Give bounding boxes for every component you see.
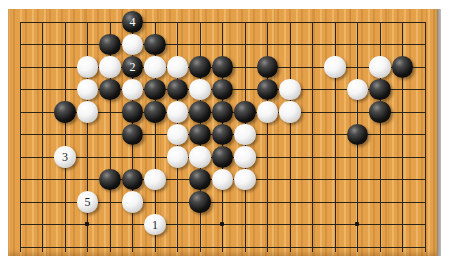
board-cell[interactable]	[54, 123, 77, 146]
white-stone	[122, 79, 144, 101]
board-cell[interactable]	[211, 191, 234, 214]
board-cell[interactable]	[346, 236, 369, 256]
black-stone	[54, 101, 76, 123]
board-cell[interactable]	[301, 123, 324, 146]
board-cell[interactable]	[279, 101, 302, 124]
board-cell[interactable]	[324, 123, 347, 146]
board-cell[interactable]	[301, 146, 324, 169]
board-cell[interactable]	[31, 78, 54, 101]
board-cell[interactable]	[301, 236, 324, 256]
board-cell[interactable]	[76, 146, 99, 169]
board-cell[interactable]	[166, 191, 189, 214]
board-cell[interactable]	[54, 236, 77, 256]
board-cell[interactable]	[76, 56, 99, 79]
board-cell[interactable]	[166, 213, 189, 236]
board-cell[interactable]	[99, 213, 122, 236]
board-cell[interactable]: 1	[144, 213, 167, 236]
board-cell[interactable]	[166, 236, 189, 256]
board-cell[interactable]	[189, 123, 212, 146]
board-cell[interactable]	[301, 213, 324, 236]
white-stone	[77, 101, 99, 123]
board-cell[interactable]	[369, 101, 392, 124]
black-stone	[144, 79, 166, 101]
board-cell[interactable]	[9, 56, 32, 79]
board-cell[interactable]	[166, 123, 189, 146]
board-cell[interactable]	[369, 123, 392, 146]
board-cell[interactable]: 4	[121, 11, 144, 34]
black-stone: 2	[122, 56, 144, 78]
black-stone	[347, 124, 369, 146]
board-cell[interactable]	[9, 146, 32, 169]
white-stone	[77, 56, 99, 78]
board-cell[interactable]	[121, 101, 144, 124]
board-cell[interactable]	[121, 213, 144, 236]
board-cell[interactable]	[234, 191, 257, 214]
black-stone	[99, 79, 121, 101]
white-stone	[167, 56, 189, 78]
board-cell[interactable]	[279, 146, 302, 169]
board-cell[interactable]	[54, 101, 77, 124]
board-cell[interactable]	[256, 191, 279, 214]
board-cell[interactable]	[391, 213, 414, 236]
board-cell[interactable]	[391, 123, 414, 146]
board-cell[interactable]	[54, 56, 77, 79]
board-cell[interactable]	[31, 213, 54, 236]
board-cell[interactable]	[369, 11, 392, 34]
white-stone: 3	[54, 146, 76, 168]
board-cell[interactable]	[279, 11, 302, 34]
board-cell[interactable]	[234, 213, 257, 236]
board-cell[interactable]	[144, 168, 167, 191]
board-cell[interactable]	[391, 78, 414, 101]
board-cell[interactable]	[76, 11, 99, 34]
board-cell[interactable]	[346, 11, 369, 34]
board-cell[interactable]	[211, 168, 234, 191]
board-cell[interactable]	[369, 78, 392, 101]
board-cell[interactable]	[414, 11, 437, 34]
black-stone	[167, 79, 189, 101]
board-cell[interactable]	[279, 78, 302, 101]
white-stone	[144, 169, 166, 191]
board-cell[interactable]	[9, 236, 32, 256]
board-cell[interactable]	[234, 101, 257, 124]
board-cell[interactable]	[99, 11, 122, 34]
black-stone	[189, 169, 211, 191]
board-cell[interactable]	[31, 33, 54, 56]
board-cell[interactable]	[391, 191, 414, 214]
white-stone	[234, 169, 256, 191]
board-cell[interactable]	[346, 168, 369, 191]
board-cell[interactable]	[189, 33, 212, 56]
board-cell[interactable]	[256, 123, 279, 146]
board-cell[interactable]	[234, 123, 257, 146]
board-cell[interactable]: 3	[54, 146, 77, 169]
board-cell[interactable]	[9, 11, 32, 34]
board-cell[interactable]	[166, 78, 189, 101]
board-cell[interactable]	[414, 236, 437, 256]
board-cell[interactable]	[99, 78, 122, 101]
board-cell[interactable]	[234, 168, 257, 191]
board-cell[interactable]	[346, 213, 369, 236]
board-cell[interactable]	[414, 123, 437, 146]
board-cell[interactable]	[54, 213, 77, 236]
board-cell[interactable]	[391, 56, 414, 79]
board-cell[interactable]	[189, 168, 212, 191]
board-cell[interactable]	[301, 191, 324, 214]
board-cell[interactable]	[31, 168, 54, 191]
board-cell[interactable]	[414, 213, 437, 236]
board-edge-shadow	[437, 9, 441, 256]
board-cell[interactable]	[279, 33, 302, 56]
board-cell[interactable]	[234, 78, 257, 101]
board-cell[interactable]	[99, 168, 122, 191]
move-number: 4	[122, 11, 144, 33]
board-cell[interactable]	[9, 123, 32, 146]
black-stone	[369, 101, 391, 123]
black-stone	[122, 101, 144, 123]
white-stone	[234, 146, 256, 168]
board-cell[interactable]	[256, 33, 279, 56]
board-cell[interactable]	[166, 168, 189, 191]
board-cell[interactable]	[324, 213, 347, 236]
white-stone: 5	[77, 191, 99, 213]
board-cell[interactable]	[279, 191, 302, 214]
board-cell[interactable]: 2	[121, 56, 144, 79]
board-cell[interactable]	[166, 146, 189, 169]
black-stone	[189, 124, 211, 146]
board-cell[interactable]	[414, 78, 437, 101]
board-cell[interactable]	[391, 146, 414, 169]
star-point	[220, 222, 224, 226]
white-stone	[167, 101, 189, 123]
black-stone	[122, 169, 144, 191]
white-stone	[167, 146, 189, 168]
board-cell[interactable]	[76, 168, 99, 191]
board-cell[interactable]	[189, 146, 212, 169]
board-cell[interactable]	[324, 33, 347, 56]
board-cell[interactable]	[369, 236, 392, 256]
board-cell[interactable]	[369, 191, 392, 214]
white-stone	[122, 191, 144, 213]
white-stone	[369, 56, 391, 78]
board-cell[interactable]	[211, 236, 234, 256]
board-cell[interactable]	[391, 168, 414, 191]
black-stone	[212, 56, 234, 78]
board-cell[interactable]	[211, 123, 234, 146]
white-stone	[279, 101, 301, 123]
white-stone	[122, 34, 144, 56]
board-cell[interactable]	[99, 33, 122, 56]
board-cell[interactable]	[234, 33, 257, 56]
board-cell[interactable]	[99, 101, 122, 124]
board-cell[interactable]	[346, 146, 369, 169]
board-cell[interactable]	[279, 56, 302, 79]
board-cell[interactable]	[76, 78, 99, 101]
board-cell[interactable]	[414, 33, 437, 56]
board-cell[interactable]	[324, 168, 347, 191]
board-cell[interactable]	[414, 168, 437, 191]
board-cell[interactable]	[166, 11, 189, 34]
black-stone	[257, 79, 279, 101]
board-cell[interactable]	[31, 11, 54, 34]
white-stone: 1	[144, 214, 166, 236]
board-cell[interactable]	[144, 11, 167, 34]
board-cell[interactable]	[391, 101, 414, 124]
black-stone	[144, 101, 166, 123]
board-cell[interactable]	[234, 236, 257, 256]
black-stone	[212, 124, 234, 146]
board-cell[interactable]	[369, 33, 392, 56]
black-stone	[392, 56, 414, 78]
white-stone	[279, 79, 301, 101]
board-cell[interactable]	[121, 236, 144, 256]
board-cell[interactable]	[391, 33, 414, 56]
board-cell[interactable]	[76, 101, 99, 124]
board-cell[interactable]	[166, 101, 189, 124]
board-cell[interactable]	[256, 56, 279, 79]
board-cell[interactable]	[144, 101, 167, 124]
black-stone	[212, 146, 234, 168]
board-cell[interactable]	[99, 191, 122, 214]
black-stone	[257, 56, 279, 78]
board-cell[interactable]	[211, 11, 234, 34]
board-cell[interactable]	[121, 191, 144, 214]
board-cell[interactable]	[9, 168, 32, 191]
board-cell[interactable]	[279, 213, 302, 236]
board-cell[interactable]	[256, 236, 279, 256]
board-cell[interactable]	[301, 11, 324, 34]
go-diagram-frame: 42351	[0, 0, 454, 256]
board-cell[interactable]	[211, 78, 234, 101]
white-stone	[257, 101, 279, 123]
board-cell[interactable]	[76, 33, 99, 56]
star-point	[355, 222, 359, 226]
white-stone	[144, 56, 166, 78]
board-cell[interactable]	[346, 191, 369, 214]
board-cell[interactable]	[99, 56, 122, 79]
white-stone	[324, 56, 346, 78]
board-cell[interactable]	[189, 56, 212, 79]
black-stone	[99, 169, 121, 191]
board-cell[interactable]	[346, 78, 369, 101]
board-cell[interactable]	[166, 56, 189, 79]
board-cell[interactable]	[256, 146, 279, 169]
black-stone	[189, 56, 211, 78]
board-cell[interactable]	[211, 146, 234, 169]
black-stone	[212, 79, 234, 101]
board-cell[interactable]	[31, 191, 54, 214]
board-cell[interactable]	[256, 11, 279, 34]
board-cell[interactable]	[414, 191, 437, 214]
board-cell[interactable]	[301, 33, 324, 56]
board-cell[interactable]	[391, 236, 414, 256]
black-stone	[234, 101, 256, 123]
board-grid: 42351	[9, 11, 437, 256]
board-cell[interactable]	[346, 56, 369, 79]
board-cell[interactable]	[324, 146, 347, 169]
board-cell[interactable]	[31, 123, 54, 146]
board-cell[interactable]	[346, 33, 369, 56]
board-cell[interactable]	[369, 213, 392, 236]
board-cell[interactable]	[144, 123, 167, 146]
board-cell[interactable]	[256, 168, 279, 191]
move-number: 5	[77, 191, 99, 213]
board-cell[interactable]	[324, 236, 347, 256]
board-cell[interactable]	[54, 168, 77, 191]
board-cell[interactable]	[121, 168, 144, 191]
board-cell[interactable]	[346, 123, 369, 146]
black-stone	[99, 34, 121, 56]
board-cell[interactable]	[211, 33, 234, 56]
board-cell[interactable]	[31, 146, 54, 169]
board-cell[interactable]	[301, 78, 324, 101]
board-cell[interactable]	[211, 56, 234, 79]
board-cell[interactable]	[31, 56, 54, 79]
black-stone: 4	[122, 11, 144, 33]
board-cell[interactable]	[279, 168, 302, 191]
white-stone	[99, 56, 121, 78]
board-cell[interactable]	[256, 213, 279, 236]
move-number: 3	[54, 146, 76, 168]
board-cell[interactable]	[9, 33, 32, 56]
black-stone	[189, 101, 211, 123]
board-cell[interactable]	[391, 11, 414, 34]
board-cell[interactable]	[121, 123, 144, 146]
star-point	[85, 222, 89, 226]
board-cell[interactable]	[121, 146, 144, 169]
black-stone	[144, 34, 166, 56]
black-stone	[122, 124, 144, 146]
white-stone	[167, 124, 189, 146]
board-cell[interactable]	[414, 101, 437, 124]
board-cell[interactable]	[369, 146, 392, 169]
board-cell[interactable]	[31, 101, 54, 124]
white-stone	[212, 169, 234, 191]
board-cell[interactable]	[144, 33, 167, 56]
board-cell[interactable]	[31, 236, 54, 256]
board-cell[interactable]	[121, 78, 144, 101]
white-stone	[347, 79, 369, 101]
board-cell[interactable]: 5	[76, 191, 99, 214]
black-stone	[212, 101, 234, 123]
board-cell[interactable]	[54, 33, 77, 56]
board-cell[interactable]	[189, 236, 212, 256]
board-cell[interactable]	[301, 56, 324, 79]
board-cell[interactable]	[189, 213, 212, 236]
board-cell[interactable]	[211, 213, 234, 236]
board-cell[interactable]	[189, 191, 212, 214]
board-cell[interactable]	[99, 236, 122, 256]
board-cell[interactable]	[9, 213, 32, 236]
board-cell[interactable]	[324, 56, 347, 79]
board-cell[interactable]	[144, 191, 167, 214]
board-cell[interactable]	[346, 101, 369, 124]
board-cell[interactable]	[189, 78, 212, 101]
board-cell[interactable]	[9, 191, 32, 214]
board-cell[interactable]	[144, 146, 167, 169]
board-cell[interactable]	[99, 146, 122, 169]
board-cell[interactable]	[9, 101, 32, 124]
board-cell[interactable]	[234, 11, 257, 34]
board-cell[interactable]	[76, 236, 99, 256]
board-cell[interactable]	[256, 78, 279, 101]
white-stone	[189, 79, 211, 101]
board-cell[interactable]	[301, 168, 324, 191]
board-cell[interactable]	[279, 236, 302, 256]
black-stone	[189, 191, 211, 213]
move-number: 1	[144, 214, 166, 236]
board-cell[interactable]	[54, 78, 77, 101]
board-cell[interactable]	[76, 213, 99, 236]
board-cell[interactable]	[234, 56, 257, 79]
board-cell[interactable]	[256, 101, 279, 124]
board-cell[interactable]	[211, 101, 234, 124]
board-cell[interactable]	[121, 33, 144, 56]
board-cell[interactable]	[369, 168, 392, 191]
white-stone	[77, 79, 99, 101]
board-cell[interactable]	[144, 236, 167, 256]
board-cell[interactable]	[414, 146, 437, 169]
board-cell[interactable]	[234, 146, 257, 169]
white-stone	[234, 124, 256, 146]
board-cell[interactable]	[54, 11, 77, 34]
board-cell[interactable]	[166, 33, 189, 56]
board-cell[interactable]	[279, 123, 302, 146]
board-cell[interactable]	[99, 123, 122, 146]
board-cell[interactable]	[189, 11, 212, 34]
board-cell[interactable]	[324, 78, 347, 101]
board-cell[interactable]	[324, 101, 347, 124]
board-cell[interactable]	[76, 123, 99, 146]
board-cell[interactable]	[9, 78, 32, 101]
white-stone	[189, 146, 211, 168]
board-cell[interactable]	[324, 11, 347, 34]
board-cell[interactable]	[144, 56, 167, 79]
board-cell[interactable]	[301, 101, 324, 124]
board-cell[interactable]	[144, 78, 167, 101]
black-stone	[369, 79, 391, 101]
board-cell[interactable]	[189, 101, 212, 124]
move-number: 2	[122, 56, 144, 78]
board-cell[interactable]	[54, 191, 77, 214]
go-board: 42351	[8, 9, 441, 256]
board-cell[interactable]	[324, 191, 347, 214]
board-cell[interactable]	[414, 56, 437, 79]
board-cell[interactable]	[369, 56, 392, 79]
